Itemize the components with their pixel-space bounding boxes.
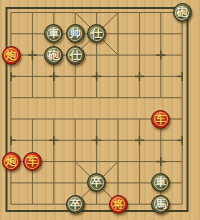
piece-label: 车 <box>27 156 38 167</box>
piece-label: 炮 <box>6 49 17 60</box>
piece-label: 仕 <box>91 28 102 39</box>
piece-label: 车 <box>155 113 166 124</box>
piece-label: 帅 <box>70 28 81 39</box>
piece-black-cannon[interactable]: 砲 <box>44 46 63 65</box>
xiangqi-board[interactable]: 砲車帅仕炮砲仕车炮车卒車卒将馬 <box>0 0 200 220</box>
piece-black-soldier[interactable]: 卒 <box>66 195 85 214</box>
piece-black-cannon[interactable]: 砲 <box>173 3 192 22</box>
piece-label: 砲 <box>177 7 188 18</box>
piece-red-cannon[interactable]: 炮 <box>2 46 21 65</box>
piece-label: 卒 <box>91 177 102 188</box>
piece-black-general[interactable]: 帅 <box>66 24 85 43</box>
piece-label: 車 <box>48 28 59 39</box>
piece-label: 車 <box>155 177 166 188</box>
piece-black-advisor[interactable]: 仕 <box>66 46 85 65</box>
piece-label: 馬 <box>155 198 166 209</box>
piece-label: 卒 <box>70 198 81 209</box>
piece-label: 砲 <box>48 49 59 60</box>
piece-red-chariot[interactable]: 车 <box>151 110 170 129</box>
piece-red-chariot[interactable]: 车 <box>23 152 42 171</box>
piece-label: 仕 <box>70 49 81 60</box>
piece-red-cannon[interactable]: 炮 <box>2 152 21 171</box>
piece-red-general[interactable]: 将 <box>109 195 128 214</box>
piece-label: 炮 <box>6 156 17 167</box>
piece-label: 将 <box>113 198 124 209</box>
piece-black-horse[interactable]: 馬 <box>151 195 170 214</box>
